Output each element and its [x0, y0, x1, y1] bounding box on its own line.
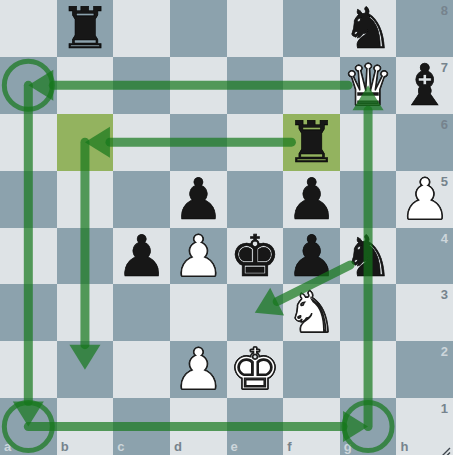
piece-white-pawn-d2[interactable]: ♟ — [170, 341, 227, 398]
piece-black-pawn-f4[interactable]: ♟ — [283, 228, 340, 285]
piece-white-king-e2[interactable]: ♚ — [227, 341, 284, 398]
piece-black-bishop-h7[interactable]: ♝ — [396, 57, 453, 114]
resize-handle-icon[interactable] — [440, 442, 451, 453]
piece-black-rook-b8[interactable]: ♜ — [57, 0, 114, 57]
piece-white-knight-f3[interactable]: ♞ — [283, 284, 340, 341]
pieces-layer: ♜♞♛♝♜♟♟♟♟♟♚♟♞♞♚♟ — [0, 0, 453, 455]
piece-black-knight-g8[interactable]: ♞ — [340, 0, 397, 57]
piece-white-queen-g7[interactable]: ♛ — [340, 57, 397, 114]
piece-black-knight-g4[interactable]: ♞ — [340, 228, 397, 285]
piece-white-pawn-d4[interactable]: ♟ — [170, 228, 227, 285]
piece-white-pawn-h5[interactable]: ♟ — [396, 171, 453, 228]
piece-black-rook-f6[interactable]: ♜ — [283, 114, 340, 171]
chess-board[interactable]: 87654321abcdefgh ♜♞♛♝♜♟♟♟♟♟♚♟♞♞♚♟ — [0, 0, 453, 455]
piece-black-king-e4[interactable]: ♚ — [227, 228, 284, 285]
piece-black-pawn-c4[interactable]: ♟ — [113, 228, 170, 285]
piece-black-pawn-f5[interactable]: ♟ — [283, 171, 340, 228]
piece-black-pawn-d5[interactable]: ♟ — [170, 171, 227, 228]
resize-grip-lines — [440, 446, 451, 455]
